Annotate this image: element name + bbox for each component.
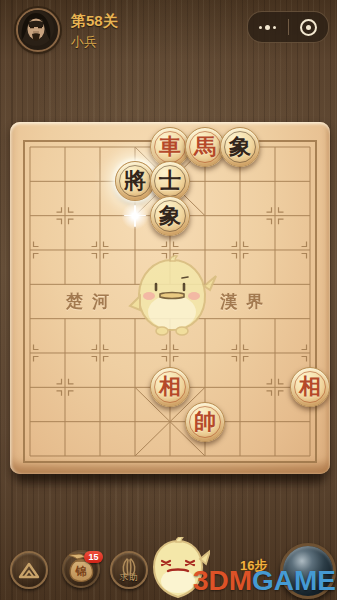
target-circle-icon (300, 19, 317, 36)
xiangqi-board[interactable]: 楚河 漢界 車馬象將士象相相帥 (10, 122, 330, 474)
river-label-left: 楚河 (66, 290, 118, 313)
expand-menu-button[interactable] (10, 551, 48, 589)
more-icon (259, 25, 276, 30)
chick-mascot (126, 254, 218, 338)
piece-black-象[interactable]: 象 (220, 127, 260, 167)
svg-text:锦: 锦 (75, 565, 87, 577)
piece-black-象[interactable]: 象 (150, 196, 190, 236)
ask-help-button[interactable]: 求助 (110, 551, 148, 589)
player-name: 小兵 (71, 33, 97, 51)
wechat-capsule (247, 11, 329, 43)
piece-red-帥[interactable]: 帥 (185, 402, 225, 442)
more-button[interactable] (248, 12, 288, 42)
app-screen: 第58关 小兵 楚河 漢界 (0, 0, 337, 600)
watermark-game: GAME (252, 565, 336, 596)
level-title: 第58关 (71, 12, 118, 31)
player-avatar[interactable] (16, 8, 60, 52)
watermark-3dm: 3DM (193, 565, 252, 596)
3dmgame-watermark: 3DMGAME (193, 565, 336, 597)
help-label: 求助 (112, 572, 146, 584)
close-minimize-button[interactable] (289, 12, 329, 42)
chevron-up-icon (17, 558, 41, 582)
tip-count-badge: 15 (84, 551, 103, 563)
river-label-right: 漢界 (220, 290, 272, 313)
piece-red-馬[interactable]: 馬 (185, 127, 225, 167)
avatar-portrait (18, 10, 54, 46)
